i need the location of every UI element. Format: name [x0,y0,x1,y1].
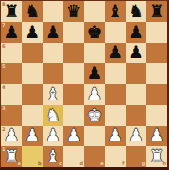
square-b5[interactable] [22,63,43,84]
piece-black-queen[interactable]: ♛ [66,2,81,19]
square-g6[interactable]: ♟ [126,43,147,64]
rank-label-4: 4 [2,85,5,90]
square-h1[interactable]: h♜ [146,146,167,167]
square-f3[interactable] [105,105,126,126]
square-g8[interactable]: ♞ [126,1,147,22]
square-d5[interactable] [63,63,84,84]
square-a4[interactable]: 4 [1,84,22,105]
square-f2[interactable]: ♟ [105,126,126,147]
file-label-b: b [38,161,42,166]
square-h5[interactable] [146,63,167,84]
piece-white-pawn[interactable]: ♟ [66,127,81,144]
piece-black-rook[interactable]: ♜ [4,2,19,19]
square-c8[interactable] [43,1,64,22]
square-e8[interactable] [84,1,105,22]
square-h7[interactable] [146,22,167,43]
square-c2[interactable]: ♟ [43,126,64,147]
square-a6[interactable]: 6 [1,43,22,64]
piece-black-king[interactable]: ♚ [87,23,102,40]
rank-label-6: 6 [2,44,5,49]
piece-white-bishop[interactable]: ♝ [45,148,60,165]
square-e4[interactable]: ♟ [84,84,105,105]
piece-black-pawn[interactable]: ♟ [128,23,143,40]
piece-white-pawn[interactable]: ♟ [25,127,40,144]
square-f4[interactable] [105,84,126,105]
file-label-e: e [100,161,103,166]
square-g1[interactable]: g [126,146,147,167]
square-d4[interactable] [63,84,84,105]
square-g5[interactable] [126,63,147,84]
square-a2[interactable]: 2♟ [1,126,22,147]
square-a8[interactable]: 8♜ [1,1,22,22]
square-e5[interactable]: ♟ [84,63,105,84]
file-label-f: f [122,161,124,166]
square-b4[interactable] [22,84,43,105]
square-d1[interactable]: d [63,146,84,167]
piece-white-pawn[interactable]: ♟ [149,127,164,144]
square-b7[interactable]: ♟ [22,22,43,43]
piece-white-pawn[interactable]: ♟ [87,85,102,102]
square-e6[interactable] [84,43,105,64]
square-d7[interactable] [63,22,84,43]
piece-white-knight[interactable]: ♞ [45,106,60,123]
square-c1[interactable]: c♝ [43,146,64,167]
square-a5[interactable]: 5 [1,63,22,84]
piece-black-knight[interactable]: ♞ [25,2,40,19]
piece-white-rook[interactable]: ♜ [4,148,19,165]
square-f8[interactable]: ♝ [105,1,126,22]
square-b1[interactable]: b [22,146,43,167]
rank-label-3: 3 [2,106,5,111]
file-label-d: d [79,161,83,166]
square-d3[interactable] [63,105,84,126]
piece-white-rook[interactable]: ♜ [149,148,164,165]
chess-board: 8♜♞♛♝♞♜7♟♟♟♚♟6♟♟5♟4♝♟3♞♚2♟♟♟♟♟♟♟1a♜bc♝de… [0,0,169,170]
piece-black-pawn[interactable]: ♟ [4,23,19,40]
square-e7[interactable]: ♚ [84,22,105,43]
piece-white-pawn[interactable]: ♟ [4,127,19,144]
piece-white-pawn[interactable]: ♟ [45,127,60,144]
square-c5[interactable] [43,63,64,84]
square-f6[interactable]: ♟ [105,43,126,64]
square-b3[interactable] [22,105,43,126]
square-h2[interactable]: ♟ [146,126,167,147]
square-c4[interactable]: ♝ [43,84,64,105]
piece-white-pawn[interactable]: ♟ [108,127,123,144]
piece-white-bishop[interactable]: ♝ [45,85,60,102]
piece-black-pawn[interactable]: ♟ [45,23,60,40]
square-g3[interactable] [126,105,147,126]
square-d6[interactable] [63,43,84,64]
square-d2[interactable]: ♟ [63,126,84,147]
square-c3[interactable]: ♞ [43,105,64,126]
file-label-g: g [142,161,146,166]
square-e1[interactable]: e [84,146,105,167]
square-h6[interactable] [146,43,167,64]
piece-black-bishop[interactable]: ♝ [108,2,123,19]
square-f1[interactable]: f [105,146,126,167]
square-a3[interactable]: 3 [1,105,22,126]
square-g7[interactable]: ♟ [126,22,147,43]
piece-black-pawn[interactable]: ♟ [128,44,143,61]
piece-black-pawn[interactable]: ♟ [25,23,40,40]
square-f5[interactable] [105,63,126,84]
square-h8[interactable]: ♜ [146,1,167,22]
piece-black-knight[interactable]: ♞ [128,2,143,19]
square-a1[interactable]: 1a♜ [1,146,22,167]
square-c7[interactable]: ♟ [43,22,64,43]
square-e2[interactable] [84,126,105,147]
square-g4[interactable] [126,84,147,105]
rank-label-5: 5 [2,64,5,69]
piece-black-pawn[interactable]: ♟ [108,44,123,61]
square-b6[interactable] [22,43,43,64]
square-d8[interactable]: ♛ [63,1,84,22]
piece-white-king[interactable]: ♚ [87,106,102,123]
piece-black-pawn[interactable]: ♟ [87,65,102,82]
square-b2[interactable]: ♟ [22,126,43,147]
square-h3[interactable] [146,105,167,126]
piece-white-pawn[interactable]: ♟ [128,127,143,144]
piece-black-rook[interactable]: ♜ [149,2,164,19]
square-g2[interactable]: ♟ [126,126,147,147]
square-b8[interactable]: ♞ [22,1,43,22]
square-a7[interactable]: 7♟ [1,22,22,43]
square-c6[interactable] [43,43,64,64]
square-e3[interactable]: ♚ [84,105,105,126]
square-h4[interactable] [146,84,167,105]
square-f7[interactable] [105,22,126,43]
